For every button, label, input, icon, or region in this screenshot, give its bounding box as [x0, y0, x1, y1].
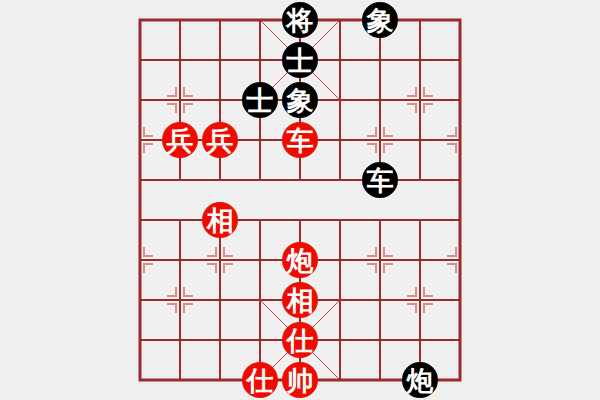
black-chariot[interactable]: 车 [362, 162, 398, 198]
red-pawn[interactable]: 兵 [162, 122, 198, 158]
black-cannon[interactable]: 炮 [402, 362, 438, 398]
red-chariot[interactable]: 车 [282, 122, 318, 158]
xiangqi-board[interactable]: 将象士士象兵兵车车相炮相仕仕帅炮 [120, 0, 480, 400]
black-advisor[interactable]: 士 [242, 82, 278, 118]
red-advisor[interactable]: 仕 [242, 362, 278, 398]
black-elephant[interactable]: 象 [362, 2, 398, 38]
black-general[interactable]: 将 [282, 2, 318, 38]
black-advisor[interactable]: 士 [282, 42, 318, 78]
red-cannon[interactable]: 炮 [282, 242, 318, 278]
black-elephant[interactable]: 象 [282, 82, 318, 118]
red-general[interactable]: 帅 [282, 362, 318, 398]
red-elephant[interactable]: 相 [202, 202, 238, 238]
xiangqi-app: 将象士士象兵兵车车相炮相仕仕帅炮 [0, 0, 600, 400]
red-pawn[interactable]: 兵 [202, 122, 238, 158]
red-elephant[interactable]: 相 [282, 282, 318, 318]
red-advisor[interactable]: 仕 [282, 322, 318, 358]
